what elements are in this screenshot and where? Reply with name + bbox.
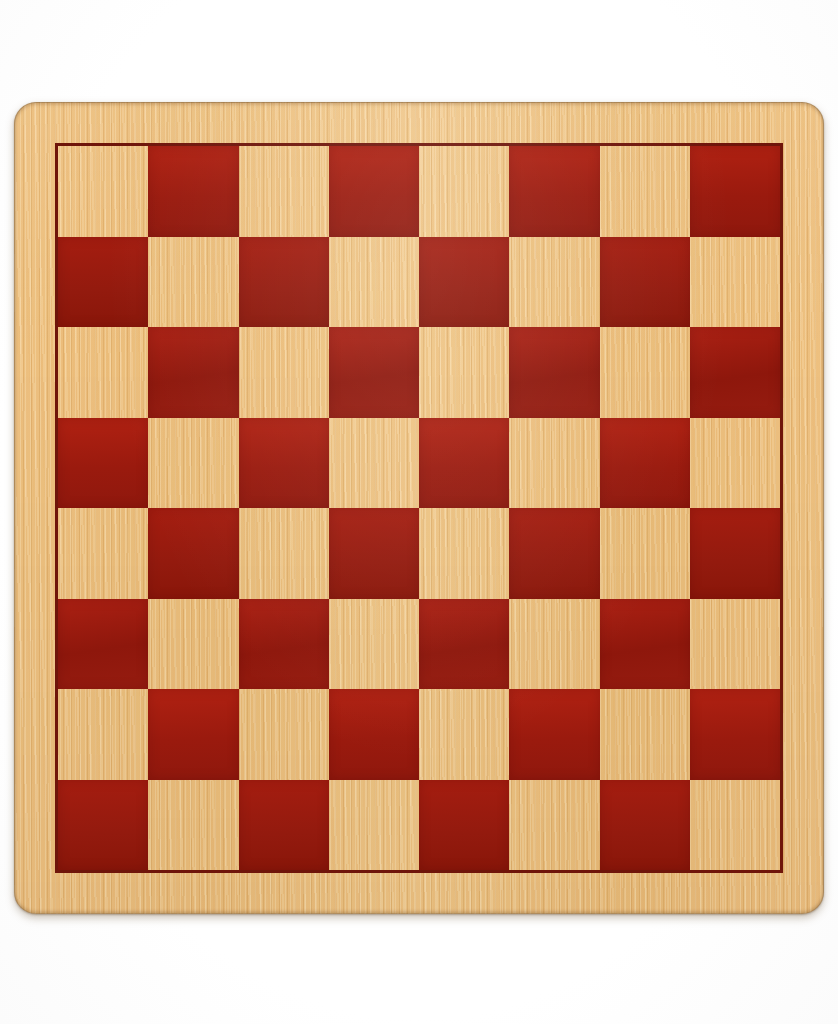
square-c4[interactable]: [239, 508, 329, 599]
square-d5[interactable]: [329, 418, 419, 509]
square-h7[interactable]: [690, 237, 780, 328]
square-a3[interactable]: [58, 599, 148, 690]
square-e3[interactable]: [419, 599, 509, 690]
square-e4[interactable]: [419, 508, 509, 599]
square-f7[interactable]: [509, 237, 599, 328]
square-d7[interactable]: [329, 237, 419, 328]
square-f1[interactable]: [509, 780, 599, 871]
square-b2[interactable]: [148, 689, 238, 780]
square-e5[interactable]: [419, 418, 509, 509]
square-b8[interactable]: [148, 146, 238, 237]
square-a6[interactable]: [58, 327, 148, 418]
square-d3[interactable]: [329, 599, 419, 690]
square-g2[interactable]: [600, 689, 690, 780]
board-grid: [58, 146, 780, 870]
square-c7[interactable]: [239, 237, 329, 328]
square-c2[interactable]: [239, 689, 329, 780]
square-a8[interactable]: [58, 146, 148, 237]
square-g8[interactable]: [600, 146, 690, 237]
square-b4[interactable]: [148, 508, 238, 599]
square-h5[interactable]: [690, 418, 780, 509]
square-f5[interactable]: [509, 418, 599, 509]
square-b7[interactable]: [148, 237, 238, 328]
square-b5[interactable]: [148, 418, 238, 509]
square-g7[interactable]: [600, 237, 690, 328]
checkerboard: [14, 102, 824, 914]
square-e1[interactable]: [419, 780, 509, 871]
square-a5[interactable]: [58, 418, 148, 509]
square-g6[interactable]: [600, 327, 690, 418]
square-f3[interactable]: [509, 599, 599, 690]
square-f4[interactable]: [509, 508, 599, 599]
square-e2[interactable]: [419, 689, 509, 780]
square-d4[interactable]: [329, 508, 419, 599]
square-a1[interactable]: [58, 780, 148, 871]
square-b6[interactable]: [148, 327, 238, 418]
square-c5[interactable]: [239, 418, 329, 509]
square-h8[interactable]: [690, 146, 780, 237]
square-d2[interactable]: [329, 689, 419, 780]
square-g5[interactable]: [600, 418, 690, 509]
square-e6[interactable]: [419, 327, 509, 418]
square-e8[interactable]: [419, 146, 509, 237]
square-h2[interactable]: [690, 689, 780, 780]
square-h3[interactable]: [690, 599, 780, 690]
board-frame-pinstripe: [55, 143, 783, 873]
square-a4[interactable]: [58, 508, 148, 599]
square-c6[interactable]: [239, 327, 329, 418]
square-c8[interactable]: [239, 146, 329, 237]
square-g1[interactable]: [600, 780, 690, 871]
square-g3[interactable]: [600, 599, 690, 690]
square-d8[interactable]: [329, 146, 419, 237]
square-e7[interactable]: [419, 237, 509, 328]
square-h1[interactable]: [690, 780, 780, 871]
square-a7[interactable]: [58, 237, 148, 328]
square-b1[interactable]: [148, 780, 238, 871]
square-c3[interactable]: [239, 599, 329, 690]
square-c1[interactable]: [239, 780, 329, 871]
square-h4[interactable]: [690, 508, 780, 599]
square-a2[interactable]: [58, 689, 148, 780]
square-d6[interactable]: [329, 327, 419, 418]
square-f6[interactable]: [509, 327, 599, 418]
square-b3[interactable]: [148, 599, 238, 690]
square-d1[interactable]: [329, 780, 419, 871]
square-f2[interactable]: [509, 689, 599, 780]
photo-background: [0, 0, 838, 1024]
square-f8[interactable]: [509, 146, 599, 237]
square-g4[interactable]: [600, 508, 690, 599]
square-h6[interactable]: [690, 327, 780, 418]
